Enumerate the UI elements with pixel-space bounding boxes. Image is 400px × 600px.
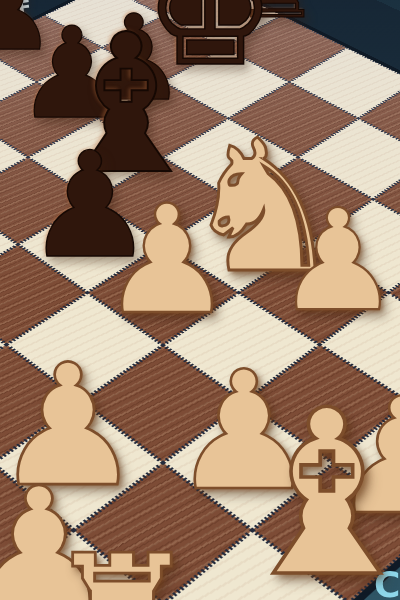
white-bishop-a3[interactable]: ♝ (225, 380, 400, 600)
white-pawn-c5[interactable]: ♟ (275, 191, 400, 331)
chess-board-photo: ♜♚♟♟♟♝♟♞♟♟♟♟♟♝♟♜ F C (0, 0, 400, 600)
white-rook-a1[interactable]: ♜ (44, 532, 201, 600)
white-pawn-d4[interactable]: ♟ (100, 185, 234, 335)
